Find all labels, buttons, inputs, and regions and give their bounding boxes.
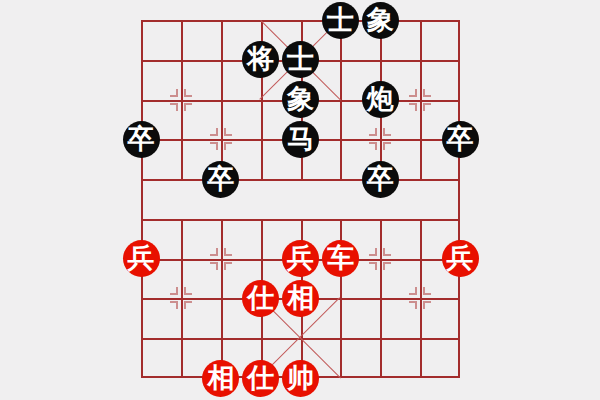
point-marker-corner bbox=[383, 248, 391, 256]
point-marker-corner bbox=[170, 287, 178, 295]
black-elephant-e2[interactable]: 象 bbox=[282, 81, 319, 118]
point-marker-corner bbox=[184, 89, 192, 97]
point-marker-corner bbox=[170, 301, 178, 309]
red-pawn-a6[interactable]: 兵 bbox=[123, 240, 160, 277]
black-pawn-i3[interactable]: 卒 bbox=[442, 121, 479, 158]
board-overlay: 士象将士象炮卒马卒卒卒兵兵车兵仕相相仕帅 bbox=[141, 20, 460, 378]
point-marker-g3 bbox=[369, 128, 391, 150]
point-marker-corner bbox=[423, 103, 431, 111]
xiangqi-board: 士象将士象炮卒马卒卒卒兵兵车兵仕相相仕帅 bbox=[141, 20, 460, 378]
point-marker-corner bbox=[423, 301, 431, 309]
point-marker-corner bbox=[210, 142, 218, 150]
black-horse-e3[interactable]: 马 bbox=[282, 121, 319, 158]
point-marker-corner bbox=[224, 248, 232, 256]
point-marker-corner bbox=[184, 287, 192, 295]
point-marker-corner bbox=[423, 287, 431, 295]
black-elephant-g0[interactable]: 象 bbox=[362, 2, 399, 39]
red-elephant-c9[interactable]: 相 bbox=[202, 360, 239, 397]
point-marker-corner bbox=[409, 287, 417, 295]
black-pawn-g4[interactable]: 卒 bbox=[362, 161, 399, 198]
point-marker-g6 bbox=[369, 248, 391, 270]
black-pawn-c4[interactable]: 卒 bbox=[202, 161, 239, 198]
point-marker-corner bbox=[224, 128, 232, 136]
point-marker-h7 bbox=[409, 287, 431, 309]
black-cannon-g2[interactable]: 炮 bbox=[362, 81, 399, 118]
point-marker-h2 bbox=[409, 89, 431, 111]
point-marker-corner bbox=[383, 262, 391, 270]
point-marker-b7 bbox=[170, 287, 192, 309]
xiangqi-screenshot: 士象将士象炮卒马卒卒卒兵兵车兵仕相相仕帅 bbox=[0, 0, 600, 400]
point-marker-corner bbox=[210, 248, 218, 256]
point-marker-corner bbox=[184, 301, 192, 309]
point-marker-corner bbox=[383, 142, 391, 150]
point-marker-corner bbox=[409, 301, 417, 309]
point-marker-corner bbox=[224, 142, 232, 150]
point-marker-b2 bbox=[170, 89, 192, 111]
point-marker-c6 bbox=[210, 248, 232, 270]
black-pawn-a3[interactable]: 卒 bbox=[123, 121, 160, 158]
red-pawn-i6[interactable]: 兵 bbox=[442, 240, 479, 277]
point-marker-corner bbox=[184, 103, 192, 111]
point-marker-corner bbox=[170, 103, 178, 111]
point-marker-corner bbox=[224, 262, 232, 270]
point-marker-corner bbox=[409, 89, 417, 97]
black-advisor-e1[interactable]: 士 bbox=[282, 41, 319, 78]
point-marker-corner bbox=[369, 128, 377, 136]
red-advisor-d9[interactable]: 仕 bbox=[242, 360, 279, 397]
point-marker-corner bbox=[369, 142, 377, 150]
black-king-d1[interactable]: 将 bbox=[242, 41, 279, 78]
point-marker-corner bbox=[210, 262, 218, 270]
point-marker-corner bbox=[409, 103, 417, 111]
point-marker-corner bbox=[369, 262, 377, 270]
point-marker-corner bbox=[170, 89, 178, 97]
red-advisor-d7[interactable]: 仕 bbox=[242, 280, 279, 317]
point-marker-corner bbox=[423, 89, 431, 97]
point-marker-corner bbox=[210, 128, 218, 136]
red-chariot-f6[interactable]: 车 bbox=[322, 240, 359, 277]
black-advisor-f0[interactable]: 士 bbox=[322, 2, 359, 39]
red-king-e9[interactable]: 帅 bbox=[282, 360, 319, 397]
point-marker-c3 bbox=[210, 128, 232, 150]
red-pawn-e6[interactable]: 兵 bbox=[282, 240, 319, 277]
point-marker-corner bbox=[369, 248, 377, 256]
point-marker-corner bbox=[383, 128, 391, 136]
red-elephant-e7[interactable]: 相 bbox=[282, 280, 319, 317]
